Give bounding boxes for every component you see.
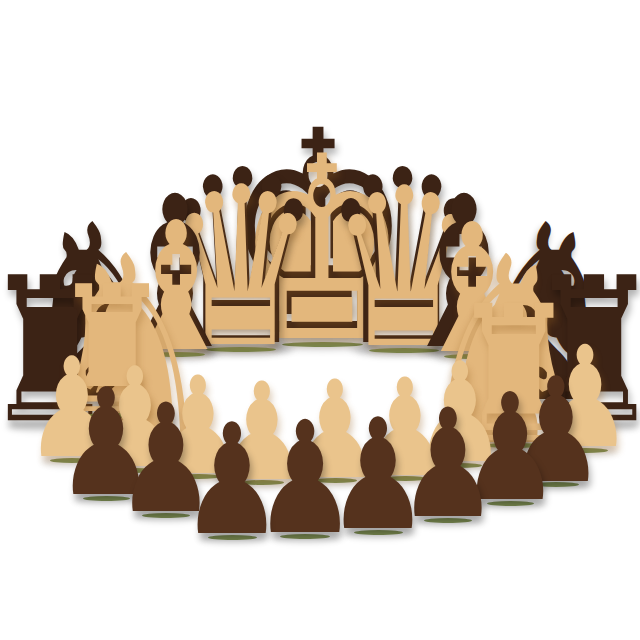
chess-set-display: ♜♞♝♛♚♛♝♞♜♞♜♝♛♚♛♝♞♜♟♟♟♟♟♟♟♟♟♟♟♟♟♟♟♟ bbox=[0, 0, 640, 640]
dark-pawn-icon: ♟ bbox=[181, 404, 284, 557]
